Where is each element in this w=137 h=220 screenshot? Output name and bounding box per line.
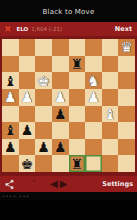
square[interactable] [118, 56, 135, 73]
square[interactable] [102, 139, 119, 156]
footer-strip: •••• ••• [0, 192, 137, 200]
square[interactable] [85, 39, 102, 56]
black-rook: ♜ [71, 56, 84, 70]
square[interactable] [35, 122, 52, 139]
square[interactable]: ♟ [19, 89, 36, 106]
black-pawn: ♟ [54, 140, 67, 154]
square[interactable] [2, 155, 19, 172]
square[interactable] [69, 122, 86, 139]
square[interactable] [35, 89, 52, 106]
board-background: ♛♜♝♚♞♟♟♟♟♟♝♝♟♟♟♟♚♜ [0, 36, 137, 176]
black-pawn: ♟ [54, 106, 67, 120]
square[interactable] [118, 155, 135, 172]
elo-label: ELO [17, 26, 29, 32]
square[interactable] [102, 72, 119, 89]
square[interactable] [19, 39, 36, 56]
square[interactable] [102, 56, 119, 73]
square[interactable] [69, 89, 86, 106]
square[interactable]: ♟ [35, 139, 52, 156]
black-rook: ♜ [71, 156, 84, 170]
square[interactable] [85, 155, 102, 172]
square[interactable] [19, 56, 36, 73]
page-title: Black to Move [43, 6, 95, 16]
white-bishop: ♝ [104, 106, 117, 120]
square[interactable] [52, 72, 69, 89]
square[interactable] [118, 139, 135, 156]
square[interactable] [85, 122, 102, 139]
share-icon[interactable] [4, 179, 15, 190]
black-pawn: ♟ [4, 140, 17, 154]
white-pawn: ♟ [4, 90, 17, 104]
chess-board: ♛♜♝♚♞♟♟♟♟♟♝♝♟♟♟♟♚♜ [2, 39, 135, 172]
square[interactable] [35, 155, 52, 172]
square[interactable]: ♝ [2, 72, 19, 89]
elo-value: 1,604 (-21) [31, 26, 62, 32]
square[interactable] [2, 106, 19, 123]
black-bishop: ♝ [4, 123, 17, 137]
move-navigation: ◀ ▶ [15, 176, 102, 192]
square[interactable] [102, 39, 119, 56]
white-pawn: ♟ [21, 90, 34, 104]
square[interactable]: ♟ [52, 89, 69, 106]
result-bar: ✖ ELO 1,604 (-21) Next [0, 22, 137, 36]
square[interactable]: ♟ [2, 89, 19, 106]
square[interactable] [69, 72, 86, 89]
square[interactable]: ♜ [69, 155, 86, 172]
square[interactable] [35, 106, 52, 123]
black-bishop: ♝ [4, 73, 17, 87]
white-queen: ♛ [120, 40, 133, 54]
next-move-arrow-icon[interactable]: ▶ [60, 176, 68, 192]
wrong-answer-x-icon: ✖ [4, 22, 12, 36]
white-king: ♚ [37, 73, 50, 87]
bottom-toolbar: ◀ ▶ Settings [0, 176, 137, 192]
previous-move-arrow-icon[interactable]: ◀ [50, 176, 58, 192]
square[interactable] [2, 39, 19, 56]
square[interactable] [102, 89, 119, 106]
square[interactable] [35, 56, 52, 73]
black-pawn: ♟ [37, 140, 50, 154]
square[interactable] [118, 106, 135, 123]
black-pawn: ♟ [21, 123, 34, 137]
square[interactable] [19, 106, 36, 123]
next-puzzle-button[interactable]: Next [115, 25, 133, 33]
square[interactable] [19, 139, 36, 156]
white-knight: ♞ [87, 73, 100, 87]
white-pawn: ♟ [87, 90, 100, 104]
square[interactable] [85, 106, 102, 123]
square[interactable] [19, 72, 36, 89]
white-pawn: ♟ [54, 90, 67, 104]
square[interactable]: ♟ [85, 89, 102, 106]
app-screen: Black to Move ✖ ELO 1,604 (-21) Next ♛♜♝… [0, 0, 137, 220]
settings-button[interactable]: Settings [102, 180, 133, 188]
square[interactable]: ♟ [2, 139, 19, 156]
square[interactable]: ♚ [19, 155, 36, 172]
square[interactable] [35, 39, 52, 56]
header: Black to Move [0, 0, 137, 22]
square[interactable] [118, 89, 135, 106]
square[interactable] [52, 122, 69, 139]
square[interactable] [102, 155, 119, 172]
square[interactable]: ♝ [2, 122, 19, 139]
square[interactable] [69, 39, 86, 56]
square[interactable] [118, 72, 135, 89]
square[interactable]: ♞ [85, 72, 102, 89]
square[interactable] [85, 56, 102, 73]
square[interactable] [102, 122, 119, 139]
square[interactable]: ♟ [52, 106, 69, 123]
square[interactable]: ♝ [102, 106, 119, 123]
footer-fine-print: •••• ••• [2, 194, 30, 199]
square[interactable]: ♟ [52, 139, 69, 156]
square[interactable] [85, 139, 102, 156]
square[interactable]: ♛ [118, 39, 135, 56]
square[interactable] [52, 56, 69, 73]
square[interactable] [52, 155, 69, 172]
square[interactable] [69, 106, 86, 123]
square[interactable] [2, 56, 19, 73]
square[interactable]: ♜ [69, 56, 86, 73]
square[interactable]: ♟ [19, 122, 36, 139]
square[interactable]: ♚ [35, 72, 52, 89]
square[interactable] [118, 122, 135, 139]
square[interactable] [52, 39, 69, 56]
black-king: ♚ [21, 156, 34, 170]
square[interactable] [69, 139, 86, 156]
